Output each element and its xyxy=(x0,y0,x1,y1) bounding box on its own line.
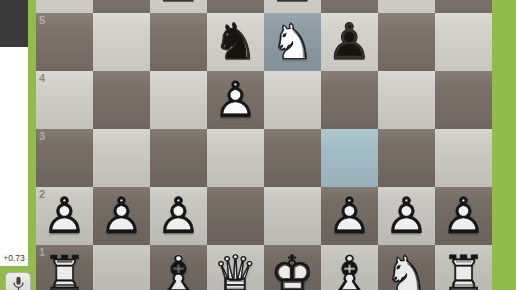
square-b2[interactable]: ♟♙ xyxy=(93,187,150,245)
square-h3[interactable] xyxy=(435,129,492,187)
piece-wP-f2[interactable]: ♟♙ xyxy=(321,187,378,245)
piece-outline-glyph: ♙ xyxy=(378,187,435,245)
piece-outline-glyph: ♘ xyxy=(207,13,264,71)
piece-bP-e6[interactable]: ♟♙ xyxy=(264,0,321,13)
piece-outline-glyph: ♙ xyxy=(36,187,93,245)
piece-bP-c6[interactable]: ♟♙ xyxy=(150,0,207,13)
piece-outline-glyph: ♖ xyxy=(435,245,492,290)
square-c2[interactable]: ♟♙ xyxy=(150,187,207,245)
piece-outline-glyph: ♗ xyxy=(321,245,378,290)
piece-wR-a1[interactable]: ♜♖ xyxy=(36,245,93,290)
piece-wB-f1[interactable]: ♝♗ xyxy=(321,245,378,290)
piece-wN-e5[interactable]: ♞♘ xyxy=(264,13,321,71)
square-d2[interactable] xyxy=(207,187,264,245)
mic-button[interactable] xyxy=(5,272,31,290)
square-e2[interactable] xyxy=(264,187,321,245)
square-a1[interactable]: 1♜♖ xyxy=(36,245,93,290)
square-a4[interactable]: 4 xyxy=(36,71,93,129)
square-f4[interactable] xyxy=(321,71,378,129)
square-a2[interactable]: 2♟♙ xyxy=(36,187,93,245)
square-d5[interactable]: ♞♘ xyxy=(207,13,264,71)
piece-outline-glyph: ♙ xyxy=(207,71,264,129)
square-b4[interactable] xyxy=(93,71,150,129)
piece-outline-glyph: ♖ xyxy=(36,245,93,290)
square-f2[interactable]: ♟♙ xyxy=(321,187,378,245)
square-h5[interactable] xyxy=(435,13,492,71)
video-frame: +0.73 ♟♙♟♙5♞♘♞♘♟♙4♟♙32♟♙♟♙♟♙♟♙♟♙♟♙1♜♖♝♗♛… xyxy=(0,0,516,290)
square-e3[interactable] xyxy=(264,129,321,187)
piece-wP-h2[interactable]: ♟♙ xyxy=(435,187,492,245)
square-d1[interactable]: ♛♕ xyxy=(207,245,264,290)
square-h6[interactable] xyxy=(435,0,492,13)
rank-label-5: 5 xyxy=(39,14,45,26)
square-b3[interactable] xyxy=(93,129,150,187)
piece-bP-f5[interactable]: ♟♙ xyxy=(321,13,378,71)
piece-wP-g2[interactable]: ♟♙ xyxy=(378,187,435,245)
piece-outline-glyph: ♙ xyxy=(150,187,207,245)
square-e4[interactable] xyxy=(264,71,321,129)
square-g2[interactable]: ♟♙ xyxy=(378,187,435,245)
square-c1[interactable]: ♝♗ xyxy=(150,245,207,290)
piece-wQ-d1[interactable]: ♛♕ xyxy=(207,245,264,290)
square-f6[interactable] xyxy=(321,0,378,13)
piece-wK-e1[interactable]: ♚♔ xyxy=(264,245,321,290)
piece-outline-glyph: ♙ xyxy=(321,13,378,71)
square-f3[interactable] xyxy=(321,129,378,187)
evaluation-bar-black-segment xyxy=(0,0,28,47)
piece-bN-d5[interactable]: ♞♘ xyxy=(207,13,264,71)
piece-outline-glyph: ♕ xyxy=(207,245,264,290)
square-g3[interactable] xyxy=(378,129,435,187)
square-h2[interactable]: ♟♙ xyxy=(435,187,492,245)
square-c5[interactable] xyxy=(150,13,207,71)
square-a6[interactable] xyxy=(36,0,93,13)
piece-outline-glyph: ♙ xyxy=(321,187,378,245)
piece-wP-c2[interactable]: ♟♙ xyxy=(150,187,207,245)
square-g1[interactable]: ♞♘ xyxy=(378,245,435,290)
square-g4[interactable] xyxy=(378,71,435,129)
square-d4[interactable]: ♟♙ xyxy=(207,71,264,129)
square-g6[interactable] xyxy=(378,0,435,13)
piece-wN-g1[interactable]: ♞♘ xyxy=(378,245,435,290)
piece-outline-glyph: ♙ xyxy=(150,0,207,13)
square-b5[interactable] xyxy=(93,13,150,71)
microphone-icon xyxy=(13,276,24,290)
square-c4[interactable] xyxy=(150,71,207,129)
piece-wP-d4[interactable]: ♟♙ xyxy=(207,71,264,129)
piece-outline-glyph: ♙ xyxy=(264,0,321,13)
square-h1[interactable]: ♜♖ xyxy=(435,245,492,290)
piece-wR-h1[interactable]: ♜♖ xyxy=(435,245,492,290)
square-f1[interactable]: ♝♗ xyxy=(321,245,378,290)
chess-board: ♟♙♟♙5♞♘♞♘♟♙4♟♙32♟♙♟♙♟♙♟♙♟♙♟♙1♜♖♝♗♛♕♚♔♝♗♞… xyxy=(36,0,492,290)
piece-wP-a2[interactable]: ♟♙ xyxy=(36,187,93,245)
piece-outline-glyph: ♙ xyxy=(435,187,492,245)
piece-outline-glyph: ♗ xyxy=(150,245,207,290)
rank-label-4: 4 xyxy=(39,72,45,84)
square-e5[interactable]: ♞♘ xyxy=(264,13,321,71)
rank-label-3: 3 xyxy=(39,130,45,142)
square-e6[interactable]: ♟♙ xyxy=(264,0,321,13)
square-f5[interactable]: ♟♙ xyxy=(321,13,378,71)
evaluation-value: +0.73 xyxy=(0,253,28,263)
square-b1[interactable] xyxy=(93,245,150,290)
piece-wB-c1[interactable]: ♝♗ xyxy=(150,245,207,290)
square-h4[interactable] xyxy=(435,71,492,129)
square-d3[interactable] xyxy=(207,129,264,187)
piece-wP-b2[interactable]: ♟♙ xyxy=(93,187,150,245)
square-a3[interactable]: 3 xyxy=(36,129,93,187)
piece-outline-glyph: ♔ xyxy=(264,245,321,290)
square-a5[interactable]: 5 xyxy=(36,13,93,71)
square-e1[interactable]: ♚♔ xyxy=(264,245,321,290)
square-b6[interactable] xyxy=(93,0,150,13)
square-d6[interactable] xyxy=(207,0,264,13)
square-c6[interactable]: ♟♙ xyxy=(150,0,207,13)
square-c3[interactable] xyxy=(150,129,207,187)
evaluation-bar: +0.73 xyxy=(0,0,28,266)
piece-outline-glyph: ♘ xyxy=(264,13,321,71)
piece-outline-glyph: ♙ xyxy=(93,187,150,245)
square-g5[interactable] xyxy=(378,13,435,71)
piece-outline-glyph: ♘ xyxy=(378,245,435,290)
